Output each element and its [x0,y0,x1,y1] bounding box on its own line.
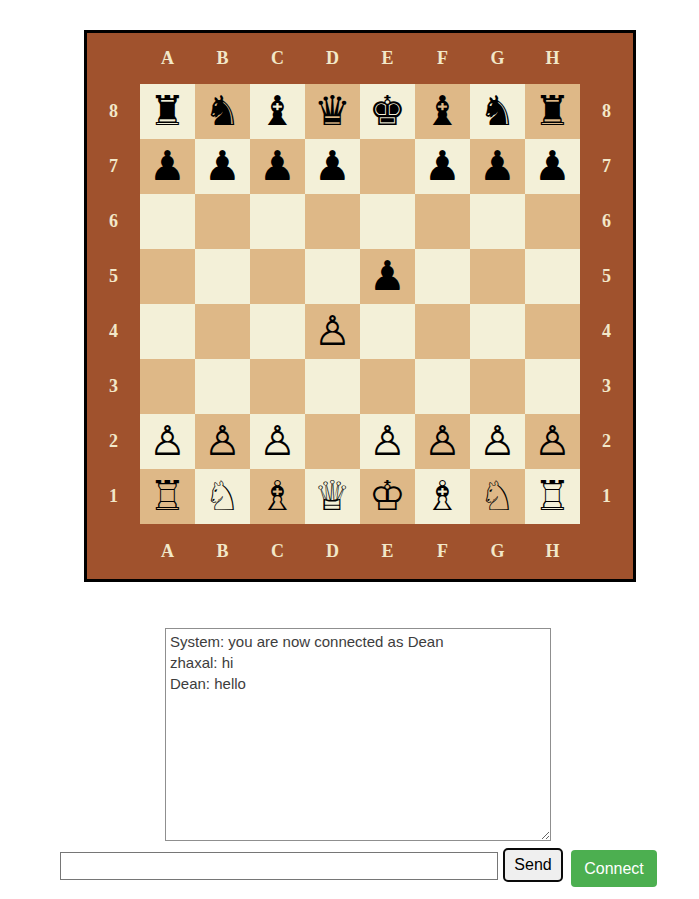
square-c1[interactable]: ♗ [250,469,305,524]
piece-white-king[interactable]: ♔ [369,469,406,524]
square-g3[interactable] [470,359,525,414]
piece-white-pawn[interactable]: ♙ [149,414,186,469]
chat-log[interactable]: System: you are now connected as Dean zh… [165,628,551,841]
piece-black-pawn[interactable]: ♟ [314,139,351,194]
rank-label-2: 2 [602,431,611,452]
piece-white-bishop[interactable]: ♗ [259,469,296,524]
rank-label-2: 2 [109,431,118,452]
square-b7[interactable]: ♟ [195,139,250,194]
connect-button[interactable]: Connect [571,850,657,887]
rank-labels-left: 87654321 [87,84,140,524]
file-label-b: B [195,541,250,562]
rank-label-8: 8 [109,101,118,122]
square-e2[interactable]: ♙ [360,414,415,469]
square-b1[interactable]: ♘ [195,469,250,524]
square-g5[interactable] [470,249,525,304]
square-h4[interactable] [525,304,580,359]
piece-black-knight[interactable]: ♞ [204,84,241,139]
rank-label-3: 3 [602,376,611,397]
square-b5[interactable] [195,249,250,304]
square-e7[interactable] [360,139,415,194]
square-e1[interactable]: ♔ [360,469,415,524]
file-label-a: A [140,48,195,69]
square-h2[interactable]: ♙ [525,414,580,469]
piece-white-pawn[interactable]: ♙ [424,414,461,469]
piece-black-king[interactable]: ♚ [369,84,406,139]
rank-label-3: 3 [109,376,118,397]
rank-label-1: 1 [602,486,611,507]
square-f4[interactable] [415,304,470,359]
file-label-b: B [195,48,250,69]
chess-board: ABCDEFGH 87654321 ♜♞♝♛♚♝♞♜♟♟♟♟♟♟♟♟♙♙♙♙♙♙… [84,30,636,582]
square-a5[interactable] [140,249,195,304]
piece-white-queen[interactable]: ♕ [314,469,351,524]
rank-label-6: 6 [109,211,118,232]
square-h3[interactable] [525,359,580,414]
piece-black-rook[interactable]: ♜ [534,84,571,139]
file-label-h: H [525,541,580,562]
file-label-h: H [525,48,580,69]
square-h1[interactable]: ♖ [525,469,580,524]
square-a3[interactable] [140,359,195,414]
square-d2[interactable] [305,414,360,469]
square-e6[interactable] [360,194,415,249]
square-f8[interactable]: ♝ [415,84,470,139]
square-a8[interactable]: ♜ [140,84,195,139]
square-b2[interactable]: ♙ [195,414,250,469]
piece-white-pawn[interactable]: ♙ [479,414,516,469]
square-b6[interactable] [195,194,250,249]
square-a1[interactable]: ♖ [140,469,195,524]
piece-black-pawn[interactable]: ♟ [479,139,516,194]
square-h5[interactable] [525,249,580,304]
piece-black-bishop[interactable]: ♝ [424,84,461,139]
rank-labels-right: 87654321 [580,84,633,524]
square-d4[interactable]: ♙ [305,304,360,359]
piece-black-pawn[interactable]: ♟ [534,139,571,194]
square-b3[interactable] [195,359,250,414]
piece-white-pawn[interactable]: ♙ [259,414,296,469]
square-f2[interactable]: ♙ [415,414,470,469]
square-d1[interactable]: ♕ [305,469,360,524]
square-e8[interactable]: ♚ [360,84,415,139]
square-g6[interactable] [470,194,525,249]
piece-black-pawn[interactable]: ♟ [424,139,461,194]
square-f5[interactable] [415,249,470,304]
square-d8[interactable]: ♛ [305,84,360,139]
square-h6[interactable] [525,194,580,249]
file-label-e: E [360,541,415,562]
rank-label-5: 5 [602,266,611,287]
file-labels-top: ABCDEFGH [140,33,580,84]
file-label-a: A [140,541,195,562]
file-label-c: C [250,48,305,69]
rank-label-1: 1 [109,486,118,507]
rank-label-4: 4 [602,321,611,342]
square-e5[interactable]: ♟ [360,249,415,304]
rank-label-8: 8 [602,101,611,122]
square-e4[interactable] [360,304,415,359]
square-a7[interactable]: ♟ [140,139,195,194]
square-f6[interactable] [415,194,470,249]
square-g2[interactable]: ♙ [470,414,525,469]
piece-black-pawn[interactable]: ♟ [369,249,406,304]
rank-label-7: 7 [602,156,611,177]
piece-white-knight[interactable]: ♘ [479,469,516,524]
piece-black-bishop[interactable]: ♝ [259,84,296,139]
square-g8[interactable]: ♞ [470,84,525,139]
square-f7[interactable]: ♟ [415,139,470,194]
square-d5[interactable] [305,249,360,304]
square-h8[interactable]: ♜ [525,84,580,139]
file-label-g: G [470,48,525,69]
square-g7[interactable]: ♟ [470,139,525,194]
square-e3[interactable] [360,359,415,414]
square-a6[interactable] [140,194,195,249]
square-c2[interactable]: ♙ [250,414,305,469]
piece-white-rook[interactable]: ♖ [534,469,571,524]
file-label-e: E [360,48,415,69]
rank-label-6: 6 [602,211,611,232]
square-d6[interactable] [305,194,360,249]
piece-white-pawn[interactable]: ♙ [314,304,351,359]
rank-label-5: 5 [109,266,118,287]
rank-label-4: 4 [109,321,118,342]
file-label-f: F [415,48,470,69]
piece-black-rook[interactable]: ♜ [149,84,186,139]
piece-black-knight[interactable]: ♞ [479,84,516,139]
file-label-d: D [305,48,360,69]
square-d7[interactable]: ♟ [305,139,360,194]
piece-black-pawn[interactable]: ♟ [204,139,241,194]
file-label-c: C [250,541,305,562]
square-b8[interactable]: ♞ [195,84,250,139]
square-g1[interactable]: ♘ [470,469,525,524]
square-c4[interactable] [250,304,305,359]
piece-white-pawn[interactable]: ♙ [534,414,571,469]
square-g4[interactable] [470,304,525,359]
message-input[interactable] [60,852,498,880]
square-d3[interactable] [305,359,360,414]
piece-black-pawn[interactable]: ♟ [149,139,186,194]
rank-label-7: 7 [109,156,118,177]
piece-white-pawn[interactable]: ♙ [369,414,406,469]
piece-black-queen[interactable]: ♛ [314,84,351,139]
square-c6[interactable] [250,194,305,249]
square-f1[interactable]: ♗ [415,469,470,524]
square-c8[interactable]: ♝ [250,84,305,139]
board-frame: ABCDEFGH 87654321 ♜♞♝♛♚♝♞♜♟♟♟♟♟♟♟♟♙♙♙♙♙♙… [87,33,633,579]
piece-black-pawn[interactable]: ♟ [259,139,296,194]
file-labels-bottom: ABCDEFGH [140,524,580,579]
square-h7[interactable]: ♟ [525,139,580,194]
piece-white-knight[interactable]: ♘ [204,469,241,524]
file-label-d: D [305,541,360,562]
piece-white-bishop[interactable]: ♗ [424,469,461,524]
send-button[interactable]: Send [503,848,563,882]
piece-white-pawn[interactable]: ♙ [204,414,241,469]
square-a4[interactable] [140,304,195,359]
board-squares: ♜♞♝♛♚♝♞♜♟♟♟♟♟♟♟♟♙♙♙♙♙♙♙♙♖♘♗♕♔♗♘♖ [140,84,580,524]
square-c3[interactable] [250,359,305,414]
piece-white-rook[interactable]: ♖ [149,469,186,524]
file-label-f: F [415,541,470,562]
square-a2[interactable]: ♙ [140,414,195,469]
square-f3[interactable] [415,359,470,414]
square-c5[interactable] [250,249,305,304]
square-c7[interactable]: ♟ [250,139,305,194]
square-b4[interactable] [195,304,250,359]
file-label-g: G [470,541,525,562]
